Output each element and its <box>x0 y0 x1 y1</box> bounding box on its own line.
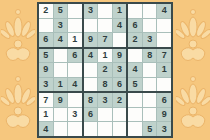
cell-r3c4[interactable]: 9 <box>84 33 98 47</box>
cell-r4c4[interactable]: 4 <box>84 49 98 63</box>
cell-r5c8[interactable] <box>143 63 157 77</box>
cell-r3c8[interactable]: 3 <box>143 33 157 47</box>
box-9: 6953 <box>128 93 171 136</box>
damask-ornament-right-top <box>176 5 210 67</box>
cell-r1c6[interactable]: 1 <box>113 4 127 18</box>
cell-r5c9[interactable]: 1 <box>157 63 171 77</box>
cell-r9c8[interactable]: 5 <box>143 122 157 136</box>
cell-r8c4[interactable]: 6 <box>84 108 98 122</box>
cell-r1c9[interactable]: 4 <box>157 4 171 18</box>
cell-r6c8[interactable] <box>143 78 157 92</box>
cell-r3c7[interactable]: 2 <box>128 33 142 47</box>
box-5: 4192386 <box>84 49 127 92</box>
cell-r7c3[interactable] <box>68 93 82 107</box>
box-8: 8326 <box>84 93 127 136</box>
cell-r8c9[interactable]: 9 <box>157 108 171 122</box>
cell-r1c2[interactable]: 5 <box>54 4 68 18</box>
cell-r8c2[interactable] <box>54 108 68 122</box>
cell-r8c5[interactable] <box>98 108 112 122</box>
sudoku-board: 2536413149746235693144192386874157913483… <box>37 2 173 138</box>
cell-r7c6[interactable]: 2 <box>113 93 127 107</box>
cell-r9c3[interactable] <box>68 122 82 136</box>
cell-r2c8[interactable] <box>143 19 157 33</box>
cell-r2c3[interactable] <box>68 19 82 33</box>
cell-r9c9[interactable]: 3 <box>157 122 171 136</box>
cell-r6c4[interactable] <box>84 78 98 92</box>
cell-r6c2[interactable]: 1 <box>54 78 68 92</box>
box-2: 31497 <box>84 4 127 47</box>
cell-r7c8[interactable] <box>143 93 157 107</box>
cell-r6c9[interactable] <box>157 78 171 92</box>
cell-r1c4[interactable]: 3 <box>84 4 98 18</box>
cell-r3c2[interactable]: 4 <box>54 33 68 47</box>
cell-r1c8[interactable] <box>143 4 157 18</box>
box-7: 79134 <box>39 93 82 136</box>
cell-r8c3[interactable]: 3 <box>68 108 82 122</box>
cell-r7c5[interactable]: 3 <box>98 93 112 107</box>
cell-r4c9[interactable]: 7 <box>157 49 171 63</box>
cell-r6c5[interactable]: 8 <box>98 78 112 92</box>
cell-r6c6[interactable]: 6 <box>113 78 127 92</box>
damask-ornament-left-bottom <box>1 72 35 134</box>
cell-r7c7[interactable] <box>128 93 142 107</box>
cell-r4c8[interactable]: 8 <box>143 49 157 63</box>
cell-r9c7[interactable] <box>128 122 142 136</box>
cell-r7c1[interactable]: 7 <box>39 93 53 107</box>
cell-r5c7[interactable]: 4 <box>128 63 142 77</box>
cell-r4c3[interactable]: 6 <box>68 49 82 63</box>
cell-r4c1[interactable]: 5 <box>39 49 53 63</box>
cell-r6c3[interactable]: 4 <box>68 78 82 92</box>
cell-r5c5[interactable]: 2 <box>98 63 112 77</box>
cell-r7c4[interactable]: 8 <box>84 93 98 107</box>
cell-r8c6[interactable] <box>113 108 127 122</box>
cell-r1c3[interactable] <box>68 4 82 18</box>
cell-r5c2[interactable] <box>54 63 68 77</box>
cell-r8c8[interactable] <box>143 108 157 122</box>
cell-r7c9[interactable]: 6 <box>157 93 171 107</box>
cell-r8c7[interactable] <box>128 108 142 122</box>
cell-r7c2[interactable]: 9 <box>54 93 68 107</box>
cell-r5c4[interactable] <box>84 63 98 77</box>
cell-r5c3[interactable] <box>68 63 82 77</box>
box-3: 4623 <box>128 4 171 47</box>
cell-r6c7[interactable]: 5 <box>128 78 142 92</box>
sudoku-app: { "game": "sudoku", "board": { "size": 9… <box>0 0 210 140</box>
cell-r2c4[interactable] <box>84 19 98 33</box>
cell-r9c5[interactable] <box>98 122 112 136</box>
cell-r4c2[interactable] <box>54 49 68 63</box>
cell-r3c6[interactable] <box>113 33 127 47</box>
cell-r4c7[interactable] <box>128 49 142 63</box>
cell-r9c1[interactable]: 4 <box>39 122 53 136</box>
cell-r1c5[interactable] <box>98 4 112 18</box>
cell-r1c7[interactable] <box>128 4 142 18</box>
cell-r3c3[interactable]: 1 <box>68 33 82 47</box>
cell-r9c2[interactable] <box>54 122 68 136</box>
box-1: 253641 <box>39 4 82 47</box>
cell-r2c7[interactable]: 6 <box>128 19 142 33</box>
cell-r1c1[interactable]: 2 <box>39 4 53 18</box>
cell-r5c6[interactable]: 3 <box>113 63 127 77</box>
cell-r3c9[interactable] <box>157 33 171 47</box>
cell-r6c1[interactable]: 3 <box>39 78 53 92</box>
cell-r8c1[interactable]: 1 <box>39 108 53 122</box>
cell-r3c5[interactable]: 7 <box>98 33 112 47</box>
cell-r9c4[interactable] <box>84 122 98 136</box>
cell-r4c6[interactable]: 9 <box>113 49 127 63</box>
damask-ornament-right-bottom <box>176 72 210 134</box>
cell-r2c9[interactable] <box>157 19 171 33</box>
box-4: 569314 <box>39 49 82 92</box>
damask-ornament-left-top <box>1 5 35 67</box>
cell-r9c6[interactable] <box>113 122 127 136</box>
cell-r2c6[interactable]: 4 <box>113 19 127 33</box>
cell-r3c1[interactable]: 6 <box>39 33 53 47</box>
box-6: 87415 <box>128 49 171 92</box>
cell-r2c2[interactable]: 3 <box>54 19 68 33</box>
cell-r2c5[interactable] <box>98 19 112 33</box>
cell-r4c5[interactable]: 1 <box>98 49 112 63</box>
cell-r5c1[interactable]: 9 <box>39 63 53 77</box>
cell-r2c1[interactable] <box>39 19 53 33</box>
